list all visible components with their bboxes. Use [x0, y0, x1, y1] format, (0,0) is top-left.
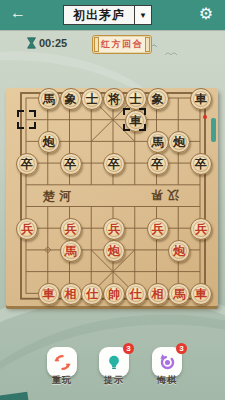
move-timer: 00:25: [27, 37, 67, 49]
undo-button[interactable]: 3: [152, 347, 182, 377]
piece-black-馬[interactable]: 馬: [147, 131, 169, 153]
hint-count-badge: 3: [123, 343, 134, 354]
header-bar: ← 初出茅庐 ▼ ⚙: [0, 0, 225, 30]
piece-black-象[interactable]: 象: [60, 88, 82, 110]
piece-red-相[interactable]: 相: [147, 283, 169, 305]
piece-red-兵[interactable]: 兵: [60, 218, 82, 240]
last-move-from-marker: [17, 110, 36, 129]
piece-red-馬[interactable]: 馬: [168, 283, 190, 305]
hint-label: 提示: [92, 374, 136, 387]
undo-label: 悔棋: [145, 374, 189, 387]
level-title: 初出茅庐: [64, 6, 134, 24]
hint-button[interactable]: 3: [99, 347, 129, 377]
chevron-down-icon[interactable]: ▼: [134, 6, 151, 24]
piece-black-馬[interactable]: 馬: [38, 88, 60, 110]
piece-black-士[interactable]: 士: [81, 88, 103, 110]
piece-red-仕[interactable]: 仕: [81, 283, 103, 305]
piece-red-相[interactable]: 相: [60, 283, 82, 305]
piece-red-炮[interactable]: 炮: [168, 240, 190, 262]
piece-red-兵[interactable]: 兵: [147, 218, 169, 240]
undo-icon: [158, 353, 177, 372]
piece-red-帥[interactable]: 帥: [103, 283, 125, 305]
piece-black-象[interactable]: 象: [147, 88, 169, 110]
piece-red-炮[interactable]: 炮: [103, 240, 125, 262]
undo-count-badge: 3: [176, 343, 187, 354]
piece-red-兵[interactable]: 兵: [190, 218, 212, 240]
board-edge-ribbon: [211, 118, 216, 142]
piece-black-卒[interactable]: 卒: [190, 153, 212, 175]
piece-black-士[interactable]: 士: [125, 88, 147, 110]
piece-red-兵[interactable]: 兵: [16, 218, 38, 240]
piece-black-卒[interactable]: 卒: [147, 153, 169, 175]
piece-red-車[interactable]: 車: [38, 283, 60, 305]
pieces-layer: 馬象士将士象車車炮馬炮卒卒卒卒卒兵兵兵兵兵馬炮炮車相仕帥仕相馬車: [6, 88, 218, 306]
replay-icon: [53, 353, 72, 372]
replay-label: 重玩: [40, 374, 84, 387]
piece-black-卒[interactable]: 卒: [103, 153, 125, 175]
hourglass-icon: [27, 37, 36, 49]
piece-red-兵[interactable]: 兵: [103, 218, 125, 240]
lightbulb-icon: [105, 353, 123, 372]
piece-red-仕[interactable]: 仕: [125, 283, 147, 305]
piece-black-車[interactable]: 車: [125, 110, 147, 132]
piece-black-車[interactable]: 車: [190, 88, 212, 110]
action-bar: 重玩 3 提示 3 悔棋: [0, 345, 225, 395]
piece-black-卒[interactable]: 卒: [16, 153, 38, 175]
gear-icon[interactable]: ⚙: [199, 4, 213, 23]
timer-value: 00:25: [39, 37, 67, 49]
piece-black-将[interactable]: 将: [103, 88, 125, 110]
notification-dot: [203, 115, 207, 119]
piece-black-炮[interactable]: 炮: [38, 131, 60, 153]
piece-black-炮[interactable]: 炮: [168, 131, 190, 153]
back-icon[interactable]: ←: [10, 4, 26, 22]
replay-button[interactable]: [47, 347, 77, 377]
piece-red-馬[interactable]: 馬: [60, 240, 82, 262]
turn-indicator-badge: 红方回合: [92, 35, 152, 54]
app-screen: ← 初出茅庐 ▼ ⚙ 00:25 红方回合: [0, 0, 225, 400]
xiangqi-board[interactable]: 楚河 汉界 馬象士将士象車車炮馬炮卒卒卒卒卒兵兵兵兵兵馬炮炮車相仕帥仕相馬車: [6, 88, 218, 306]
piece-black-卒[interactable]: 卒: [60, 153, 82, 175]
piece-red-車[interactable]: 車: [190, 283, 212, 305]
level-dropdown[interactable]: 初出茅庐 ▼: [63, 5, 152, 25]
